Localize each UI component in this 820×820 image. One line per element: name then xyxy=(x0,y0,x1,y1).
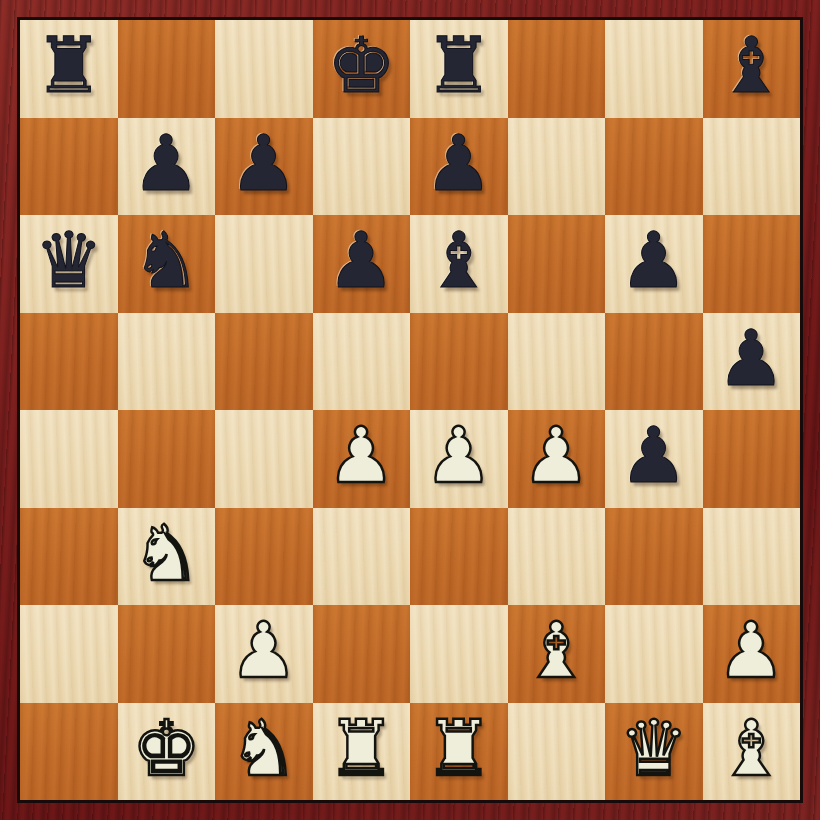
black-pawn-icon[interactable]: ♟ xyxy=(132,125,201,202)
square-b8[interactable] xyxy=(118,20,216,118)
square-e3[interactable] xyxy=(410,508,508,606)
square-f1[interactable] xyxy=(508,703,606,801)
square-d6[interactable]: ♟ xyxy=(313,215,411,313)
square-g3[interactable] xyxy=(605,508,703,606)
black-rook-icon[interactable]: ♜ xyxy=(34,27,103,104)
square-d7[interactable] xyxy=(313,118,411,216)
square-e1[interactable]: ♜ xyxy=(410,703,508,801)
square-h4[interactable] xyxy=(703,410,801,508)
chess-board: ♜♚♜♝♟♟♟♛♞♟♝♟♟♟♟♟♟♞♟♝♟♚♞♜♜♛♝ xyxy=(17,17,803,803)
square-a3[interactable] xyxy=(20,508,118,606)
square-a5[interactable] xyxy=(20,313,118,411)
white-pawn-icon[interactable]: ♟ xyxy=(327,417,396,494)
square-f5[interactable] xyxy=(508,313,606,411)
square-c3[interactable] xyxy=(215,508,313,606)
square-g4[interactable]: ♟ xyxy=(605,410,703,508)
square-a6[interactable]: ♛ xyxy=(20,215,118,313)
square-f6[interactable] xyxy=(508,215,606,313)
white-pawn-icon[interactable]: ♟ xyxy=(424,417,493,494)
black-pawn-icon[interactable]: ♟ xyxy=(717,320,786,397)
square-f8[interactable] xyxy=(508,20,606,118)
black-pawn-icon[interactable]: ♟ xyxy=(229,125,298,202)
square-a2[interactable] xyxy=(20,605,118,703)
square-a4[interactable] xyxy=(20,410,118,508)
square-h8[interactable]: ♝ xyxy=(703,20,801,118)
black-pawn-icon[interactable]: ♟ xyxy=(327,222,396,299)
black-pawn-icon[interactable]: ♟ xyxy=(619,417,688,494)
square-f4[interactable]: ♟ xyxy=(508,410,606,508)
square-c2[interactable]: ♟ xyxy=(215,605,313,703)
square-g8[interactable] xyxy=(605,20,703,118)
square-e5[interactable] xyxy=(410,313,508,411)
white-bishop-icon[interactable]: ♝ xyxy=(522,612,591,689)
black-bishop-icon[interactable]: ♝ xyxy=(717,27,786,104)
square-b6[interactable]: ♞ xyxy=(118,215,216,313)
square-h1[interactable]: ♝ xyxy=(703,703,801,801)
white-knight-icon[interactable]: ♞ xyxy=(132,515,201,592)
black-queen-icon[interactable]: ♛ xyxy=(34,222,103,299)
white-rook-icon[interactable]: ♜ xyxy=(424,710,493,787)
square-e4[interactable]: ♟ xyxy=(410,410,508,508)
square-d5[interactable] xyxy=(313,313,411,411)
black-pawn-icon[interactable]: ♟ xyxy=(424,125,493,202)
square-h2[interactable]: ♟ xyxy=(703,605,801,703)
white-rook-icon[interactable]: ♜ xyxy=(327,710,396,787)
square-f3[interactable] xyxy=(508,508,606,606)
square-e2[interactable] xyxy=(410,605,508,703)
square-d1[interactable]: ♜ xyxy=(313,703,411,801)
black-pawn-icon[interactable]: ♟ xyxy=(619,222,688,299)
square-a7[interactable] xyxy=(20,118,118,216)
square-h5[interactable]: ♟ xyxy=(703,313,801,411)
white-bishop-icon[interactable]: ♝ xyxy=(717,710,786,787)
square-a8[interactable]: ♜ xyxy=(20,20,118,118)
square-d8[interactable]: ♚ xyxy=(313,20,411,118)
square-b5[interactable] xyxy=(118,313,216,411)
black-king-icon[interactable]: ♚ xyxy=(327,27,396,104)
square-c5[interactable] xyxy=(215,313,313,411)
square-a1[interactable] xyxy=(20,703,118,801)
square-e7[interactable]: ♟ xyxy=(410,118,508,216)
square-c4[interactable] xyxy=(215,410,313,508)
square-b2[interactable] xyxy=(118,605,216,703)
square-g7[interactable] xyxy=(605,118,703,216)
square-h3[interactable] xyxy=(703,508,801,606)
square-g1[interactable]: ♛ xyxy=(605,703,703,801)
square-b7[interactable]: ♟ xyxy=(118,118,216,216)
square-b1[interactable]: ♚ xyxy=(118,703,216,801)
square-h7[interactable] xyxy=(703,118,801,216)
square-c1[interactable]: ♞ xyxy=(215,703,313,801)
square-b4[interactable] xyxy=(118,410,216,508)
white-pawn-icon[interactable]: ♟ xyxy=(717,612,786,689)
square-d4[interactable]: ♟ xyxy=(313,410,411,508)
black-knight-icon[interactable]: ♞ xyxy=(132,222,201,299)
white-king-icon[interactable]: ♚ xyxy=(132,710,201,787)
square-h6[interactable] xyxy=(703,215,801,313)
square-g6[interactable]: ♟ xyxy=(605,215,703,313)
white-pawn-icon[interactable]: ♟ xyxy=(522,417,591,494)
white-queen-icon[interactable]: ♛ xyxy=(619,710,688,787)
square-b3[interactable]: ♞ xyxy=(118,508,216,606)
square-f2[interactable]: ♝ xyxy=(508,605,606,703)
square-d2[interactable] xyxy=(313,605,411,703)
square-e6[interactable]: ♝ xyxy=(410,215,508,313)
square-g2[interactable] xyxy=(605,605,703,703)
square-c6[interactable] xyxy=(215,215,313,313)
square-e8[interactable]: ♜ xyxy=(410,20,508,118)
square-f7[interactable] xyxy=(508,118,606,216)
square-c7[interactable]: ♟ xyxy=(215,118,313,216)
black-bishop-icon[interactable]: ♝ xyxy=(424,222,493,299)
white-knight-icon[interactable]: ♞ xyxy=(229,710,298,787)
square-d3[interactable] xyxy=(313,508,411,606)
square-c8[interactable] xyxy=(215,20,313,118)
black-rook-icon[interactable]: ♜ xyxy=(424,27,493,104)
board-frame: ♜♚♜♝♟♟♟♛♞♟♝♟♟♟♟♟♟♞♟♝♟♚♞♜♜♛♝ xyxy=(0,0,820,820)
white-pawn-icon[interactable]: ♟ xyxy=(229,612,298,689)
square-g5[interactable] xyxy=(605,313,703,411)
